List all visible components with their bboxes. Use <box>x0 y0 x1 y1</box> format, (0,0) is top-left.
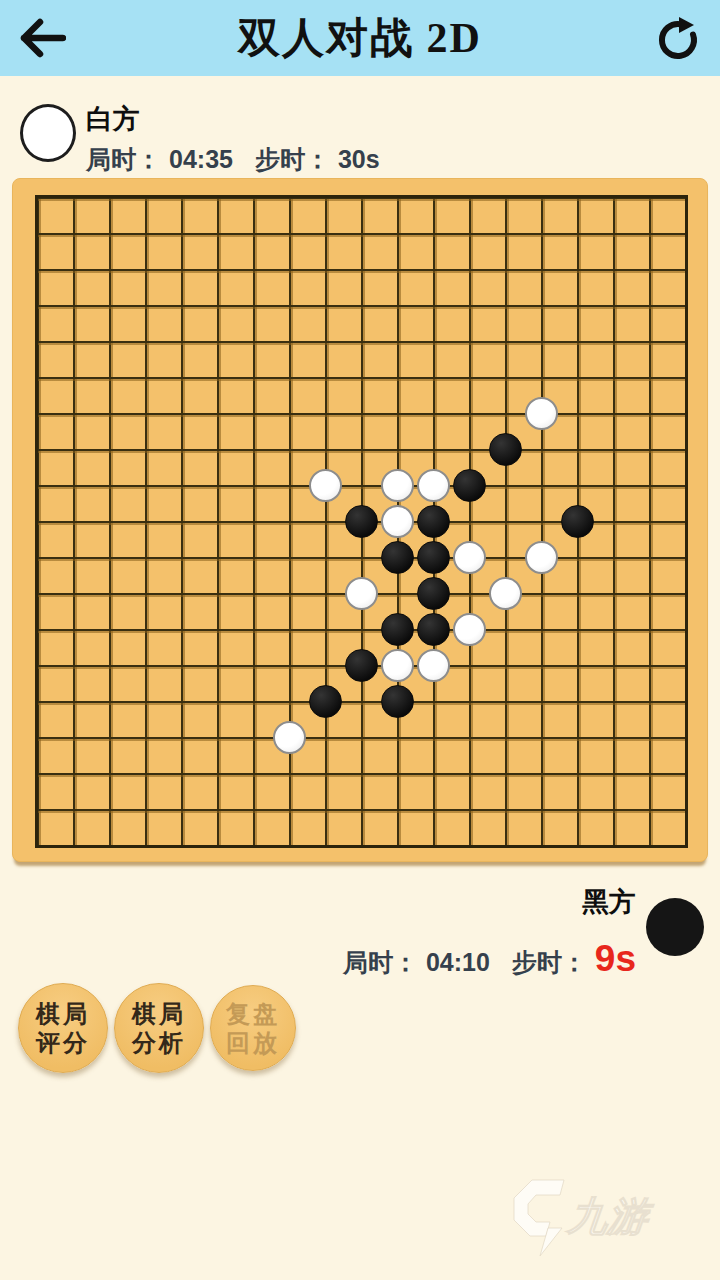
stone-white <box>309 469 342 502</box>
white-stone-avatar <box>20 104 76 162</box>
stone-black <box>381 685 414 718</box>
white-move-time-label: 步时： <box>255 143 330 176</box>
stone-white <box>381 649 414 682</box>
stone-black <box>345 649 378 682</box>
stone-white <box>453 613 486 646</box>
black-game-time-label: 局时： <box>343 946 418 979</box>
black-player-name: 黑方 <box>582 884 636 920</box>
stone-black <box>417 541 450 574</box>
stone-white <box>525 541 558 574</box>
stone-white <box>417 469 450 502</box>
replay-label-line2: 回放 <box>226 1030 280 1056</box>
stone-white <box>381 469 414 502</box>
game-score-label-line2: 评分 <box>36 1030 90 1056</box>
refresh-icon <box>654 14 702 62</box>
app-screen: 双人对战 2D 白方 局时： 04:35 步时： 30s 黑方 <box>0 0 720 1280</box>
stone-white <box>525 397 558 430</box>
stone-white <box>381 505 414 538</box>
stones-layer <box>19 179 703 863</box>
white-player-name: 白方 <box>86 104 380 134</box>
black-player-timers: 局时： 04:10 步时： 9s <box>343 938 636 980</box>
game-score-label-line1: 棋局 <box>36 1001 90 1027</box>
jiuyou-logo-icon: 九游 <box>498 1178 688 1258</box>
game-analysis-button[interactable]: 棋局 分析 <box>114 983 204 1073</box>
game-score-button[interactable]: 棋局 评分 <box>18 983 108 1073</box>
black-move-time-label: 步时： <box>512 946 587 979</box>
back-button[interactable] <box>14 10 70 66</box>
stone-white <box>345 577 378 610</box>
stone-white <box>489 577 522 610</box>
black-game-time: 04:10 <box>426 948 490 977</box>
black-player-panel: 黑方 局时： 04:10 步时： 9s <box>284 880 704 956</box>
white-player-info: 白方 局时： 04:35 步时： 30s <box>86 104 380 176</box>
white-player-timers: 局时： 04:35 步时： 30s <box>86 143 380 176</box>
stone-white <box>453 541 486 574</box>
stone-black <box>561 505 594 538</box>
stone-black <box>345 505 378 538</box>
stone-white <box>273 721 306 754</box>
watermark-text: 九游 <box>564 1194 656 1238</box>
stone-black <box>453 469 486 502</box>
black-move-time: 9s <box>595 938 636 980</box>
action-buttons: 棋局 评分 棋局 分析 复盘 回放 <box>18 983 302 1073</box>
page-title: 双人对战 2D <box>70 0 650 76</box>
stone-black <box>381 541 414 574</box>
stone-black <box>417 505 450 538</box>
white-game-time-label: 局时： <box>86 143 161 176</box>
gomoku-board[interactable] <box>12 178 708 862</box>
refresh-button[interactable] <box>650 10 706 66</box>
stone-black <box>381 613 414 646</box>
white-game-time: 04:35 <box>169 145 233 174</box>
stone-black <box>489 433 522 466</box>
white-player-panel: 白方 局时： 04:35 步时： 30s <box>20 104 380 176</box>
replay-label-line1: 复盘 <box>226 1001 280 1027</box>
stone-black <box>309 685 342 718</box>
back-arrow-icon <box>18 18 66 58</box>
stone-white <box>417 649 450 682</box>
white-move-time: 30s <box>338 145 380 174</box>
stone-black <box>417 613 450 646</box>
game-analysis-label-line2: 分析 <box>132 1030 186 1056</box>
game-analysis-label-line1: 棋局 <box>132 1001 186 1027</box>
black-stone-avatar <box>646 898 704 956</box>
watermark-logo: 九游 <box>498 1178 688 1258</box>
stone-black <box>417 577 450 610</box>
replay-button[interactable]: 复盘 回放 <box>210 985 296 1071</box>
top-bar: 双人对战 2D <box>0 0 720 76</box>
